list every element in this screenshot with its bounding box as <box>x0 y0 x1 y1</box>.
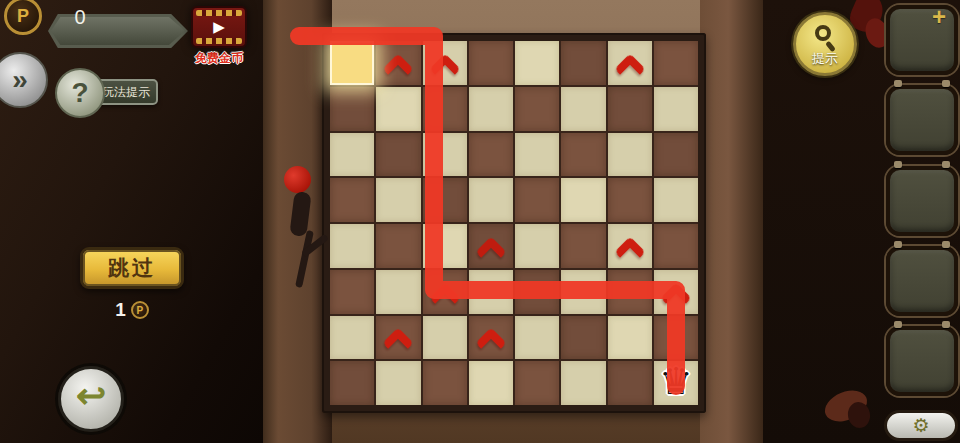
skip-button[interactable]: 跳过 <box>80 247 184 289</box>
board-square[interactable] <box>423 224 467 268</box>
board-square[interactable] <box>515 270 559 314</box>
board-square[interactable] <box>654 133 698 177</box>
magnifier-icon <box>813 25 837 49</box>
red-arrow-marker <box>475 236 506 267</box>
coin-icon: P <box>131 301 149 319</box>
board-square[interactable] <box>423 41 467 85</box>
undo-arrow-icon: ↩ <box>76 375 106 417</box>
game-screen: ♛ P 0 + ▶ 免费金币 » ? 玩法提示 跳过 1 P ↩ 提示 <box>0 0 960 443</box>
video-chest-icon: ▶ <box>191 6 247 48</box>
board-square[interactable] <box>330 133 374 177</box>
board-square[interactable] <box>469 133 513 177</box>
coin-count-value: 0 <box>50 0 110 34</box>
board-square[interactable] <box>515 224 559 268</box>
board-square[interactable] <box>469 361 513 405</box>
board-square[interactable] <box>423 178 467 222</box>
board-square[interactable] <box>469 224 513 268</box>
board-square[interactable] <box>423 361 467 405</box>
board-square[interactable] <box>608 178 652 222</box>
red-arrow-marker <box>660 282 691 313</box>
board-square[interactable] <box>654 316 698 360</box>
board-square[interactable] <box>654 224 698 268</box>
red-arrow-marker <box>429 282 460 313</box>
board-square[interactable] <box>515 316 559 360</box>
board-square[interactable] <box>561 41 605 85</box>
board-square[interactable] <box>561 87 605 131</box>
board-square[interactable] <box>469 87 513 131</box>
figurine-red-ball <box>284 166 311 193</box>
board-square[interactable] <box>561 270 605 314</box>
red-arrow-marker <box>429 53 460 84</box>
question-mark-icon: ? <box>71 77 88 109</box>
board-square[interactable] <box>423 87 467 131</box>
board-square[interactable] <box>469 178 513 222</box>
inventory-slot[interactable] <box>886 166 958 236</box>
board-square[interactable] <box>515 41 559 85</box>
board-square[interactable]: ♛ <box>654 361 698 405</box>
board-square[interactable] <box>423 316 467 360</box>
skip-cost: 1 P <box>80 299 184 321</box>
help-button[interactable]: ? <box>55 68 105 118</box>
settings-button[interactable]: ⚙ <box>884 410 958 441</box>
board-square[interactable] <box>330 178 374 222</box>
board-square[interactable] <box>376 361 420 405</box>
board-square[interactable] <box>608 361 652 405</box>
board-square[interactable] <box>330 41 374 85</box>
right-wood-plank <box>700 0 763 443</box>
board-square[interactable] <box>654 178 698 222</box>
inventory-slot[interactable] <box>886 85 958 155</box>
board-square[interactable] <box>469 316 513 360</box>
board-square[interactable] <box>423 133 467 177</box>
board-square[interactable] <box>376 178 420 222</box>
board-square[interactable] <box>561 224 605 268</box>
board-square[interactable] <box>608 270 652 314</box>
board-grid: ♛ <box>330 41 698 405</box>
board-square[interactable] <box>561 133 605 177</box>
chevron-right-icon: » <box>12 64 28 96</box>
board-square[interactable] <box>376 270 420 314</box>
board-square[interactable] <box>561 178 605 222</box>
red-arrow-marker <box>475 328 506 359</box>
board-square[interactable] <box>330 87 374 131</box>
hint-button[interactable]: 提示 <box>793 12 857 76</box>
inventory-slot[interactable] <box>886 5 958 75</box>
red-arrow-marker <box>383 328 414 359</box>
board-square[interactable] <box>654 87 698 131</box>
red-arrow-marker <box>614 53 645 84</box>
inventory-column <box>886 0 958 443</box>
board-square[interactable] <box>654 270 698 314</box>
board-square[interactable] <box>330 224 374 268</box>
skip-cost-value: 1 <box>115 299 126 321</box>
black-queen-piece[interactable]: ♛ <box>659 363 692 400</box>
add-coins-button[interactable]: + <box>932 0 946 34</box>
board-square[interactable] <box>561 361 605 405</box>
board-square[interactable] <box>330 316 374 360</box>
free-coins-label: 免费金币 <box>195 50 243 67</box>
board-square[interactable] <box>376 41 420 85</box>
inventory-slot[interactable] <box>886 246 958 316</box>
red-arrow-marker <box>614 236 645 267</box>
board-square[interactable] <box>376 133 420 177</box>
board-square[interactable] <box>376 87 420 131</box>
board-square[interactable] <box>376 224 420 268</box>
undo-button[interactable]: ↩ <box>58 366 124 432</box>
board-square[interactable] <box>423 270 467 314</box>
board-square[interactable] <box>515 178 559 222</box>
board-square[interactable] <box>469 41 513 85</box>
board-square[interactable] <box>608 87 652 131</box>
play-icon: ▶ <box>193 8 245 46</box>
red-arrow-marker <box>383 53 414 84</box>
board-square[interactable] <box>330 361 374 405</box>
board-square[interactable] <box>376 316 420 360</box>
board-square[interactable] <box>469 270 513 314</box>
hint-label: 提示 <box>812 50 838 68</box>
gear-icon: ⚙ <box>912 414 929 437</box>
board-square[interactable] <box>608 224 652 268</box>
board-square[interactable] <box>515 361 559 405</box>
board-square[interactable] <box>608 316 652 360</box>
chess-board-frame: ♛ <box>322 33 706 413</box>
board-square[interactable] <box>515 87 559 131</box>
board-square[interactable] <box>561 316 605 360</box>
board-square[interactable] <box>515 133 559 177</box>
board-square[interactable] <box>330 270 374 314</box>
free-coins-button[interactable]: ▶ 免费金币 <box>186 6 252 70</box>
board-square[interactable] <box>608 133 652 177</box>
inventory-slot[interactable] <box>886 326 958 396</box>
board-square[interactable] <box>654 41 698 85</box>
board-square[interactable] <box>608 41 652 85</box>
